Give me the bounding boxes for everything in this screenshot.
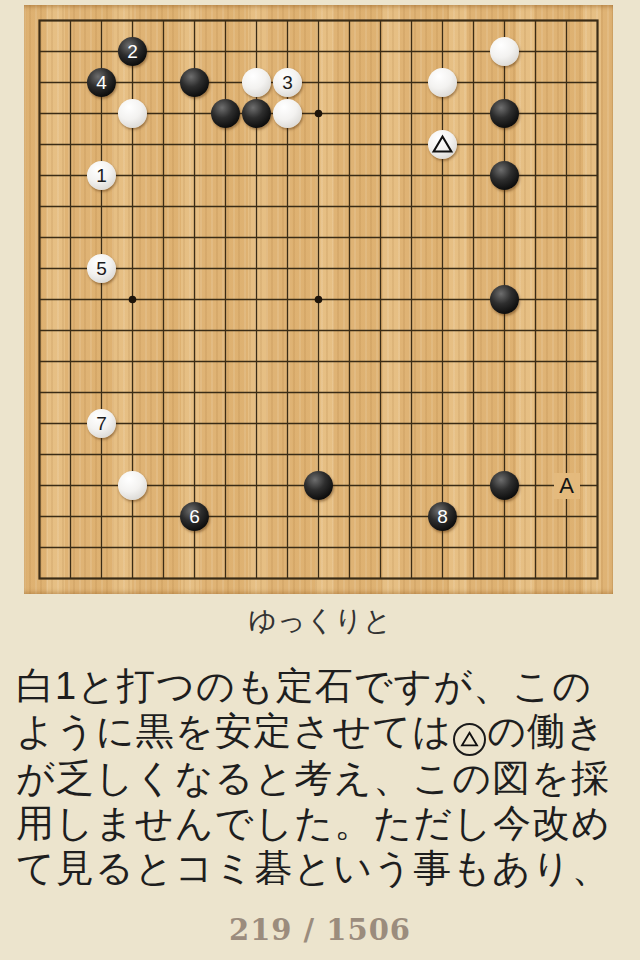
board-intersection[interactable] — [179, 284, 210, 315]
board-intersection[interactable] — [55, 222, 86, 253]
board-intersection[interactable] — [458, 284, 489, 315]
board-intersection[interactable] — [303, 408, 334, 439]
board-intersection[interactable] — [117, 563, 148, 594]
board-intersection[interactable] — [272, 315, 303, 346]
board-intersection[interactable] — [551, 346, 582, 377]
board-intersection[interactable] — [551, 439, 582, 470]
board-intersection[interactable] — [582, 408, 613, 439]
board-intersection[interactable]: 2 — [117, 36, 148, 67]
board-intersection[interactable] — [334, 563, 365, 594]
board-intersection[interactable] — [489, 408, 520, 439]
board-intersection[interactable] — [582, 67, 613, 98]
board-intersection[interactable] — [334, 284, 365, 315]
board-intersection[interactable] — [179, 191, 210, 222]
board-intersection[interactable] — [148, 346, 179, 377]
board-intersection[interactable] — [551, 36, 582, 67]
board-intersection[interactable] — [117, 191, 148, 222]
board-intersection[interactable] — [582, 5, 613, 36]
board-intersection[interactable] — [520, 377, 551, 408]
board-intersection[interactable] — [489, 129, 520, 160]
board-intersection[interactable] — [148, 98, 179, 129]
board-intersection[interactable] — [489, 98, 520, 129]
board-intersection[interactable] — [520, 315, 551, 346]
board-intersection[interactable] — [55, 501, 86, 532]
board-intersection[interactable] — [365, 67, 396, 98]
board-intersection[interactable] — [396, 67, 427, 98]
board-intersection[interactable] — [458, 222, 489, 253]
board-intersection[interactable] — [24, 222, 55, 253]
board-intersection[interactable] — [489, 284, 520, 315]
board-intersection[interactable] — [86, 36, 117, 67]
board-intersection[interactable] — [241, 191, 272, 222]
board-intersection[interactable] — [210, 377, 241, 408]
board-intersection[interactable]: 4 — [86, 67, 117, 98]
board-intersection[interactable] — [117, 408, 148, 439]
board-intersection[interactable] — [241, 501, 272, 532]
board-intersection[interactable] — [210, 191, 241, 222]
board-intersection[interactable] — [582, 532, 613, 563]
board-intersection[interactable] — [334, 253, 365, 284]
board-intersection[interactable] — [427, 346, 458, 377]
board-intersection[interactable] — [179, 98, 210, 129]
board-intersection[interactable] — [241, 284, 272, 315]
board-intersection[interactable] — [24, 346, 55, 377]
board-intersection[interactable] — [396, 284, 427, 315]
board-intersection[interactable] — [117, 160, 148, 191]
board-intersection[interactable] — [396, 377, 427, 408]
board-intersection[interactable] — [241, 563, 272, 594]
board-intersection[interactable] — [148, 36, 179, 67]
board-intersection[interactable] — [86, 439, 117, 470]
board-intersection[interactable] — [489, 315, 520, 346]
board-intersection[interactable] — [210, 563, 241, 594]
board-intersection[interactable] — [24, 98, 55, 129]
board-intersection[interactable] — [210, 408, 241, 439]
board-intersection[interactable] — [55, 377, 86, 408]
board-intersection[interactable] — [520, 532, 551, 563]
board-intersection[interactable] — [582, 222, 613, 253]
board-intersection[interactable] — [117, 284, 148, 315]
board-intersection[interactable] — [272, 408, 303, 439]
board-intersection[interactable] — [458, 501, 489, 532]
board-intersection[interactable] — [551, 408, 582, 439]
board-intersection[interactable] — [179, 5, 210, 36]
board-intersection[interactable] — [458, 67, 489, 98]
board-intersection[interactable] — [520, 191, 551, 222]
board-intersection[interactable] — [551, 253, 582, 284]
board-intersection[interactable] — [210, 5, 241, 36]
board-intersection[interactable] — [86, 222, 117, 253]
board-intersection[interactable] — [334, 222, 365, 253]
board-intersection[interactable] — [303, 67, 334, 98]
board-intersection[interactable]: 7 — [86, 408, 117, 439]
board-intersection[interactable] — [272, 346, 303, 377]
board-intersection[interactable] — [427, 470, 458, 501]
board-intersection[interactable] — [179, 36, 210, 67]
board-intersection[interactable] — [148, 501, 179, 532]
board-intersection[interactable] — [179, 408, 210, 439]
board-intersection[interactable] — [24, 160, 55, 191]
board-intersection[interactable] — [551, 191, 582, 222]
board-intersection[interactable] — [272, 5, 303, 36]
board-intersection[interactable] — [241, 408, 272, 439]
board-intersection[interactable] — [210, 439, 241, 470]
board-intersection[interactable] — [458, 563, 489, 594]
board-intersection[interactable] — [365, 439, 396, 470]
board-intersection[interactable] — [272, 253, 303, 284]
board-intersection[interactable] — [179, 563, 210, 594]
board-intersection[interactable] — [241, 377, 272, 408]
board-intersection[interactable] — [55, 315, 86, 346]
board-intersection[interactable] — [396, 563, 427, 594]
board-intersection[interactable] — [241, 253, 272, 284]
board-intersection[interactable] — [24, 377, 55, 408]
board-intersection[interactable] — [334, 191, 365, 222]
board-intersection[interactable] — [272, 129, 303, 160]
board-intersection[interactable] — [24, 36, 55, 67]
board-intersection[interactable] — [117, 377, 148, 408]
board-intersection[interactable] — [365, 191, 396, 222]
board-intersection[interactable] — [520, 284, 551, 315]
board-intersection[interactable] — [551, 532, 582, 563]
board-intersection[interactable] — [117, 67, 148, 98]
board-intersection[interactable] — [148, 253, 179, 284]
board-intersection[interactable] — [210, 222, 241, 253]
board-intersection[interactable] — [458, 129, 489, 160]
board-intersection[interactable] — [396, 439, 427, 470]
board-intersection[interactable] — [427, 5, 458, 36]
board-intersection[interactable]: 1 — [86, 160, 117, 191]
board-intersection[interactable] — [241, 129, 272, 160]
board-intersection[interactable] — [365, 377, 396, 408]
board-intersection[interactable] — [489, 532, 520, 563]
board-intersection[interactable] — [148, 470, 179, 501]
board-intersection[interactable] — [489, 67, 520, 98]
board-intersection[interactable] — [520, 253, 551, 284]
board-intersection[interactable] — [210, 315, 241, 346]
board-intersection[interactable] — [241, 532, 272, 563]
board-intersection[interactable] — [520, 160, 551, 191]
board-intersection[interactable] — [334, 98, 365, 129]
board-intersection[interactable] — [427, 563, 458, 594]
board-intersection[interactable] — [427, 160, 458, 191]
board-intersection[interactable] — [396, 36, 427, 67]
board-intersection[interactable] — [272, 98, 303, 129]
board-intersection[interactable] — [551, 501, 582, 532]
board-intersection[interactable] — [303, 284, 334, 315]
board-intersection[interactable] — [365, 501, 396, 532]
board-intersection[interactable] — [303, 36, 334, 67]
board-intersection[interactable] — [334, 408, 365, 439]
board-intersection[interactable] — [303, 222, 334, 253]
board-intersection[interactable] — [86, 5, 117, 36]
board-intersection[interactable] — [24, 532, 55, 563]
board-intersection[interactable] — [458, 191, 489, 222]
board-intersection[interactable] — [582, 191, 613, 222]
board-intersection[interactable] — [582, 36, 613, 67]
board-intersection[interactable] — [210, 532, 241, 563]
board-intersection[interactable] — [86, 377, 117, 408]
board-intersection[interactable] — [241, 36, 272, 67]
board-intersection[interactable] — [24, 501, 55, 532]
board-intersection[interactable] — [117, 5, 148, 36]
board-intersection[interactable] — [334, 377, 365, 408]
board-intersection[interactable] — [241, 470, 272, 501]
board-intersection[interactable] — [365, 160, 396, 191]
board-intersection[interactable] — [582, 470, 613, 501]
board-intersection[interactable] — [489, 439, 520, 470]
board-intersection[interactable] — [489, 253, 520, 284]
board-intersection[interactable] — [582, 439, 613, 470]
board-intersection[interactable] — [489, 191, 520, 222]
board-intersection[interactable] — [520, 98, 551, 129]
board-intersection[interactable] — [396, 501, 427, 532]
board-intersection[interactable] — [210, 253, 241, 284]
board-intersection[interactable] — [55, 408, 86, 439]
board-intersection[interactable] — [334, 470, 365, 501]
board-intersection[interactable] — [303, 470, 334, 501]
board-intersection[interactable] — [427, 222, 458, 253]
board-intersection[interactable] — [117, 532, 148, 563]
board-intersection[interactable] — [24, 129, 55, 160]
board-intersection[interactable] — [303, 315, 334, 346]
board-intersection[interactable] — [365, 470, 396, 501]
board-intersection[interactable] — [86, 563, 117, 594]
board-intersection[interactable] — [24, 284, 55, 315]
board-intersection[interactable] — [24, 5, 55, 36]
board-intersection[interactable] — [396, 191, 427, 222]
board-intersection[interactable] — [365, 408, 396, 439]
board-intersection[interactable] — [396, 470, 427, 501]
board-intersection[interactable] — [427, 98, 458, 129]
board-intersection[interactable] — [427, 67, 458, 98]
board-intersection[interactable] — [303, 439, 334, 470]
board-intersection[interactable] — [55, 532, 86, 563]
board-intersection[interactable] — [551, 5, 582, 36]
board-intersection[interactable] — [148, 408, 179, 439]
board-intersection[interactable] — [179, 129, 210, 160]
board-intersection[interactable] — [303, 377, 334, 408]
board-intersection[interactable] — [458, 532, 489, 563]
board-intersection[interactable] — [427, 315, 458, 346]
board-intersection[interactable] — [365, 284, 396, 315]
board-intersection[interactable] — [303, 346, 334, 377]
board-intersection[interactable]: 5 — [86, 253, 117, 284]
board-intersection[interactable] — [365, 563, 396, 594]
board-intersection[interactable] — [117, 470, 148, 501]
board-intersection[interactable] — [458, 5, 489, 36]
board-intersection[interactable] — [582, 160, 613, 191]
board-intersection[interactable] — [272, 563, 303, 594]
board-intersection[interactable] — [520, 5, 551, 36]
board-intersection[interactable] — [210, 470, 241, 501]
board-intersection[interactable] — [334, 160, 365, 191]
board-intersection[interactable] — [241, 160, 272, 191]
board-intersection[interactable] — [117, 439, 148, 470]
board-intersection[interactable] — [396, 408, 427, 439]
board-intersection[interactable] — [24, 191, 55, 222]
board-intersection[interactable] — [334, 36, 365, 67]
board-intersection[interactable] — [86, 284, 117, 315]
board-intersection[interactable] — [427, 439, 458, 470]
board-intersection[interactable] — [86, 315, 117, 346]
board-intersection[interactable] — [272, 191, 303, 222]
board-intersection[interactable] — [272, 470, 303, 501]
board-intersection[interactable] — [241, 67, 272, 98]
board-intersection[interactable] — [148, 532, 179, 563]
board-intersection[interactable] — [365, 532, 396, 563]
board-intersection[interactable] — [86, 346, 117, 377]
board-intersection[interactable] — [210, 501, 241, 532]
board-intersection[interactable] — [55, 129, 86, 160]
board-intersection[interactable] — [365, 129, 396, 160]
board-intersection[interactable] — [489, 36, 520, 67]
board-intersection[interactable] — [520, 67, 551, 98]
board-intersection[interactable] — [334, 532, 365, 563]
board-intersection[interactable] — [520, 408, 551, 439]
board-intersection[interactable] — [427, 36, 458, 67]
board-intersection[interactable] — [117, 129, 148, 160]
board-intersection[interactable] — [179, 470, 210, 501]
board-intersection[interactable] — [303, 160, 334, 191]
board-intersection[interactable] — [148, 563, 179, 594]
board-intersection[interactable] — [396, 222, 427, 253]
board-intersection[interactable] — [210, 67, 241, 98]
board-intersection[interactable] — [551, 377, 582, 408]
board-intersection[interactable] — [148, 439, 179, 470]
board-intersection[interactable] — [272, 532, 303, 563]
board-intersection[interactable] — [396, 5, 427, 36]
board-intersection[interactable] — [582, 253, 613, 284]
board-intersection[interactable] — [303, 191, 334, 222]
board-intersection[interactable] — [24, 470, 55, 501]
board-intersection[interactable] — [458, 160, 489, 191]
board-intersection[interactable] — [272, 36, 303, 67]
board-intersection[interactable] — [582, 98, 613, 129]
board-intersection[interactable] — [55, 5, 86, 36]
board-intersection[interactable] — [396, 98, 427, 129]
board-intersection[interactable] — [117, 222, 148, 253]
board-intersection[interactable] — [427, 284, 458, 315]
board-intersection[interactable] — [210, 284, 241, 315]
board-intersection[interactable] — [55, 439, 86, 470]
board-intersection[interactable] — [117, 253, 148, 284]
board-intersection[interactable] — [489, 377, 520, 408]
board-intersection[interactable] — [24, 439, 55, 470]
board-intersection[interactable] — [365, 98, 396, 129]
board-intersection[interactable] — [365, 222, 396, 253]
board-intersection[interactable] — [179, 67, 210, 98]
board-intersection[interactable] — [148, 191, 179, 222]
board-intersection[interactable] — [365, 315, 396, 346]
board-intersection[interactable] — [427, 253, 458, 284]
board-intersection[interactable] — [148, 315, 179, 346]
board-intersection[interactable] — [396, 129, 427, 160]
board-intersection[interactable] — [458, 36, 489, 67]
board-intersection[interactable] — [489, 501, 520, 532]
board-intersection[interactable] — [179, 377, 210, 408]
board-intersection[interactable] — [489, 470, 520, 501]
board-intersection[interactable] — [582, 346, 613, 377]
board-intersection[interactable] — [148, 284, 179, 315]
board-intersection[interactable] — [520, 470, 551, 501]
board-intersection[interactable] — [241, 439, 272, 470]
board-intersection[interactable] — [179, 532, 210, 563]
board-intersection[interactable] — [272, 501, 303, 532]
board-intersection[interactable] — [458, 377, 489, 408]
board-intersection[interactable] — [551, 160, 582, 191]
board-intersection[interactable] — [396, 253, 427, 284]
board-intersection[interactable] — [396, 532, 427, 563]
board-intersection[interactable] — [303, 5, 334, 36]
board-intersection[interactable] — [241, 222, 272, 253]
board-intersection[interactable] — [520, 129, 551, 160]
board-intersection[interactable] — [303, 98, 334, 129]
board-intersection[interactable] — [55, 470, 86, 501]
board-intersection[interactable] — [55, 563, 86, 594]
board-intersection[interactable] — [489, 160, 520, 191]
board-intersection[interactable] — [148, 5, 179, 36]
board-intersection[interactable] — [179, 222, 210, 253]
board-intersection[interactable] — [334, 67, 365, 98]
board-intersection[interactable] — [86, 501, 117, 532]
board-intersection[interactable] — [520, 563, 551, 594]
board-intersection[interactable] — [582, 501, 613, 532]
board-intersection[interactable] — [241, 315, 272, 346]
board-intersection[interactable] — [520, 501, 551, 532]
board-intersection[interactable] — [86, 191, 117, 222]
board-intersection[interactable] — [55, 160, 86, 191]
board-intersection[interactable] — [86, 470, 117, 501]
board-intersection[interactable] — [489, 563, 520, 594]
board-intersection[interactable]: 8 — [427, 501, 458, 532]
board-intersection[interactable] — [24, 563, 55, 594]
board-intersection[interactable] — [520, 346, 551, 377]
board-intersection[interactable] — [55, 67, 86, 98]
board-intersection[interactable] — [272, 284, 303, 315]
board-intersection[interactable] — [24, 67, 55, 98]
board-intersection[interactable] — [148, 222, 179, 253]
board-intersection[interactable] — [365, 36, 396, 67]
board-intersection[interactable] — [551, 222, 582, 253]
board-intersection[interactable] — [551, 284, 582, 315]
board-intersection[interactable]: 6 — [179, 501, 210, 532]
board-intersection[interactable] — [241, 346, 272, 377]
board-intersection[interactable] — [551, 315, 582, 346]
board-intersection[interactable] — [117, 315, 148, 346]
board-intersection[interactable] — [179, 315, 210, 346]
board-intersection[interactable] — [210, 129, 241, 160]
board-intersection[interactable] — [458, 439, 489, 470]
board-intersection[interactable] — [303, 129, 334, 160]
board-intersection[interactable] — [427, 408, 458, 439]
board-intersection[interactable] — [179, 346, 210, 377]
board-intersection[interactable] — [396, 346, 427, 377]
board-intersection[interactable] — [86, 532, 117, 563]
board-intersection[interactable] — [179, 439, 210, 470]
board-intersection[interactable] — [55, 36, 86, 67]
board-intersection[interactable] — [272, 439, 303, 470]
board-intersection[interactable] — [55, 346, 86, 377]
board-intersection[interactable] — [210, 98, 241, 129]
board-intersection[interactable] — [24, 253, 55, 284]
board-intersection[interactable] — [489, 346, 520, 377]
board-intersection[interactable] — [86, 98, 117, 129]
board-intersection[interactable] — [117, 501, 148, 532]
board-intersection[interactable] — [458, 408, 489, 439]
board-intersection[interactable] — [210, 160, 241, 191]
board-intersection[interactable] — [303, 253, 334, 284]
